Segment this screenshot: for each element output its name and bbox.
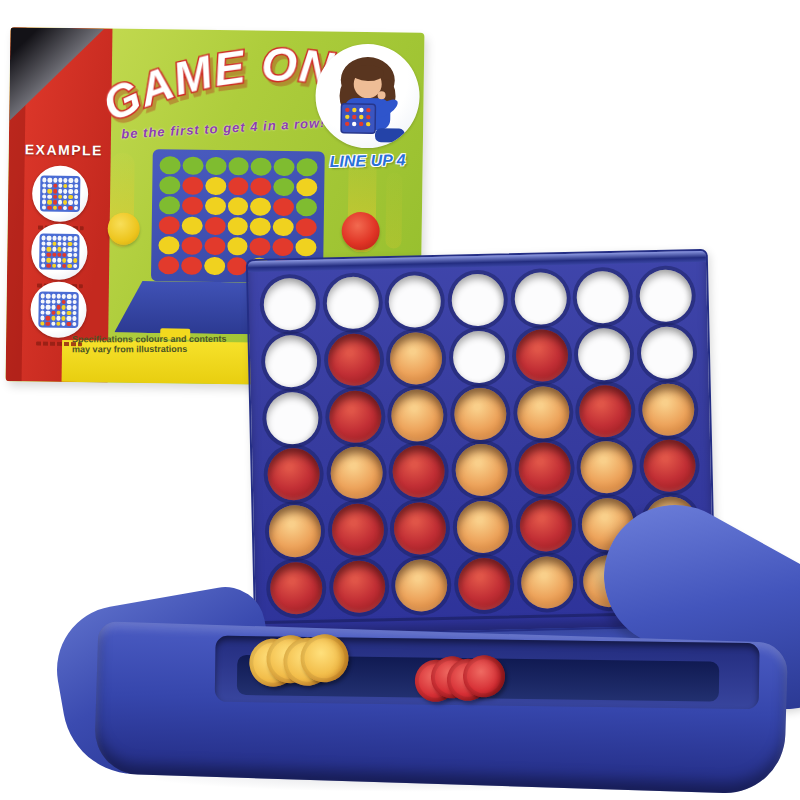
- example-dot: [47, 241, 51, 246]
- illo-dot: [181, 237, 202, 255]
- example-dot: [57, 247, 61, 252]
- example-dot: [58, 183, 62, 188]
- empty-hole: [639, 270, 692, 323]
- board-cell-r4c1: [262, 446, 326, 504]
- example-dot: [72, 300, 76, 305]
- red-disc: [515, 329, 568, 382]
- example-dot: [69, 178, 73, 183]
- orange-disc: [641, 383, 694, 436]
- example-dot: [68, 200, 72, 205]
- board-cell-r6c4: [452, 555, 516, 613]
- empty-hole: [326, 277, 379, 330]
- example-dot: [51, 316, 55, 321]
- board-cell-r5c3: [388, 499, 452, 557]
- orange-disc: [395, 558, 448, 611]
- board-cell-r1c3: [383, 273, 447, 331]
- illo-dot: [273, 238, 294, 256]
- example-dot: [74, 200, 78, 205]
- disclaimer-line-2: may vary from illustrations: [72, 344, 227, 355]
- example-dot: [41, 263, 45, 268]
- disclaimer-line-1: Specifications colours and contents: [72, 334, 227, 345]
- illo-dot: [227, 237, 248, 255]
- example-dot: [58, 189, 62, 194]
- example-dot: [63, 183, 67, 188]
- illo-dot: [182, 157, 203, 175]
- board-cell-r4c4: [450, 441, 514, 499]
- example-dot: [53, 189, 57, 194]
- example-dot: [57, 294, 61, 299]
- illo-dot: [227, 197, 248, 215]
- illo-dot: [181, 217, 202, 235]
- empty-hole: [265, 335, 318, 388]
- board-cell-r2c7: [635, 324, 699, 382]
- falling-tube-right-faint: [385, 172, 402, 248]
- red-disc: [394, 502, 447, 555]
- example-dot: [42, 236, 46, 241]
- illo-dot: [204, 237, 225, 255]
- board-cell-r3c2: [323, 387, 387, 445]
- example-dot: [46, 310, 50, 315]
- illo-dot: [182, 197, 203, 215]
- red-disc: [518, 442, 571, 495]
- example-dot: [68, 252, 72, 257]
- illo-dot: [205, 197, 226, 215]
- example-dot: [51, 299, 55, 304]
- example-dot: [53, 205, 57, 210]
- tray-front: [94, 621, 788, 795]
- example-dot: [47, 247, 51, 252]
- red-disc: [270, 561, 323, 614]
- example-dot: [42, 205, 46, 210]
- example-dot: [56, 310, 60, 315]
- example-dot: [46, 263, 50, 268]
- orange-disc: [269, 505, 322, 558]
- example-dot: [53, 200, 57, 205]
- example-dot: [72, 311, 76, 316]
- empty-hole: [266, 391, 319, 444]
- example-dot: [58, 194, 62, 199]
- badge-label: LINE UP 4: [306, 151, 424, 172]
- orange-disc: [454, 387, 507, 440]
- falling-yellow-disc: [107, 213, 139, 245]
- example-dot: [63, 247, 67, 252]
- red-disc: [327, 333, 380, 386]
- example-dot: [74, 189, 78, 194]
- example-dot: [41, 299, 45, 304]
- orange-disc: [580, 441, 633, 494]
- board-cell-r3c7: [636, 380, 700, 438]
- example-dot: [53, 194, 57, 199]
- board-cell-r5c1: [263, 502, 327, 560]
- board-cell-r2c2: [322, 331, 386, 389]
- example-dot: [46, 258, 50, 263]
- example-dot: [41, 258, 45, 263]
- illo-dot: [227, 217, 248, 235]
- example-dot: [62, 263, 66, 268]
- example-dot: [47, 189, 51, 194]
- board-cell-r1c7: [634, 267, 698, 325]
- example-dot: [73, 264, 77, 269]
- example-dot: [56, 299, 60, 304]
- example-dot: [62, 299, 66, 304]
- board-cell-r2c5: [510, 327, 574, 385]
- example-dot: [68, 258, 72, 263]
- board-cell-r6c2: [327, 557, 391, 615]
- example-dot: [68, 263, 72, 268]
- board-cell-r1c5: [508, 270, 572, 328]
- example-heading: EXAMPLE: [25, 141, 103, 158]
- example-dot: [42, 194, 46, 199]
- board-cell-r2c6: [572, 325, 636, 383]
- example-dot: [69, 189, 73, 194]
- board-cell-r2c4: [447, 328, 511, 386]
- example-dot: [56, 305, 60, 310]
- example-dot: [74, 178, 78, 183]
- illo-dot: [273, 218, 294, 236]
- board-cell-r6c3: [390, 556, 454, 614]
- example-dot: [42, 178, 46, 183]
- orange-disc: [456, 500, 509, 553]
- board-cell-r4c6: [575, 438, 639, 496]
- example-dot: [57, 252, 61, 257]
- example-dot: [41, 294, 45, 299]
- example-dot: [69, 183, 73, 188]
- example-dot: [52, 241, 56, 246]
- example-dot: [72, 316, 76, 321]
- example-dot: [73, 258, 77, 263]
- red-disc: [267, 448, 320, 501]
- example-dot: [52, 263, 56, 268]
- example-dot: [40, 316, 44, 321]
- product-photo: GAME ON! be the first to get 4 in a row!: [0, 0, 800, 800]
- example-dot: [53, 183, 57, 188]
- example-dot: [41, 241, 45, 246]
- example-dot: [52, 247, 56, 252]
- example-dot: [72, 322, 76, 327]
- board-cell-r3c5: [511, 383, 575, 441]
- example-dot: [57, 236, 61, 241]
- example-dot: [67, 294, 71, 299]
- illo-dot: [204, 257, 225, 275]
- example-dot: [62, 258, 66, 263]
- red-disc: [458, 557, 511, 610]
- example-dot: [68, 236, 72, 241]
- example-dot: [61, 321, 65, 326]
- illo-dot: [182, 177, 203, 195]
- empty-hole: [389, 275, 442, 328]
- board-cell-r5c5: [514, 497, 578, 555]
- example-dot: [41, 252, 45, 257]
- illo-dot: [250, 197, 271, 215]
- orange-disc: [391, 389, 444, 442]
- example-dot: [47, 194, 51, 199]
- example-dot: [67, 310, 71, 315]
- example-thumbnail-2: [31, 223, 90, 288]
- example-dot: [63, 241, 67, 246]
- example-dot: [67, 305, 71, 310]
- red-disc: [332, 560, 385, 613]
- example-dot: [63, 194, 67, 199]
- board-cell-r1c1: [258, 276, 322, 334]
- example-dot: [41, 305, 45, 310]
- empty-hole: [514, 272, 567, 325]
- example-dot: [73, 242, 77, 247]
- illo-dot: [205, 177, 226, 195]
- red-disc: [579, 384, 632, 437]
- example-dot: [67, 316, 71, 321]
- example-dot: [51, 294, 55, 299]
- illo-dot: [251, 157, 272, 175]
- example-dot: [52, 236, 56, 241]
- illo-dot: [228, 157, 249, 175]
- example-dot: [63, 200, 67, 205]
- example-dot: [68, 247, 72, 252]
- board-cell-r4c7: [637, 437, 701, 495]
- example-dot: [74, 206, 78, 211]
- illo-dot: [250, 237, 271, 255]
- board-cell-r1c6: [571, 268, 635, 326]
- empty-hole: [451, 274, 504, 327]
- example-dot: [47, 205, 51, 210]
- illo-dot: [295, 238, 316, 256]
- example-dot: [73, 236, 77, 241]
- example-dot: [46, 299, 50, 304]
- example-dot: [51, 321, 55, 326]
- example-dot: [47, 200, 51, 205]
- illo-dot: [159, 196, 180, 214]
- orange-disc: [390, 332, 443, 385]
- empty-hole: [640, 326, 693, 379]
- illo-dot: [159, 216, 180, 234]
- board-cell-r3c1: [261, 389, 325, 447]
- illo-dot: [296, 178, 317, 196]
- example-dot: [73, 253, 77, 258]
- example-dot: [74, 195, 78, 200]
- board-cell-r1c2: [321, 274, 385, 332]
- yellow-disc-stack: [248, 632, 370, 700]
- board-cell-r6c1: [265, 559, 329, 617]
- illo-dot: [250, 217, 271, 235]
- board-cell-r2c3: [385, 329, 449, 387]
- board-cell-r3c6: [574, 382, 638, 440]
- example-dot: [67, 321, 71, 326]
- illo-dot: [296, 218, 317, 236]
- orange-disc: [516, 386, 569, 439]
- example-dot: [46, 294, 50, 299]
- empty-hole: [264, 278, 317, 331]
- red-disc: [519, 499, 572, 552]
- illo-dot: [273, 198, 294, 216]
- orange-disc: [455, 444, 508, 497]
- example-dot: [69, 194, 73, 199]
- illo-dot: [159, 176, 180, 194]
- example-dot: [73, 247, 77, 252]
- example-dot: [58, 178, 62, 183]
- example-dot: [47, 252, 51, 257]
- illo-dot: [296, 198, 317, 216]
- example-dot: [62, 252, 66, 257]
- red-disc: [329, 390, 382, 443]
- example-dot: [56, 316, 60, 321]
- orange-disc: [520, 556, 573, 609]
- empty-hole: [576, 271, 629, 324]
- empty-hole: [452, 330, 505, 383]
- board-cell-r3c4: [448, 385, 512, 443]
- example-dot: [52, 258, 56, 263]
- example-dot: [46, 305, 50, 310]
- example-thumbnail-1: [32, 165, 91, 230]
- example-dot: [62, 294, 66, 299]
- example-dot: [58, 205, 62, 210]
- example-dot: [51, 310, 55, 315]
- illo-dot: [273, 178, 294, 196]
- empty-hole: [578, 328, 631, 381]
- example-dot: [46, 316, 50, 321]
- example-dot: [40, 321, 44, 326]
- example-dot: [63, 236, 67, 241]
- example-dot: [62, 316, 66, 321]
- illo-dot: [227, 257, 248, 275]
- example-dot: [42, 189, 46, 194]
- example-dot: [57, 241, 61, 246]
- illo-dot: [228, 177, 249, 195]
- example-dot: [63, 178, 67, 183]
- example-dot: [68, 205, 72, 210]
- illo-dot: [274, 158, 295, 176]
- example-dot: [40, 310, 44, 315]
- illo-dot: [205, 157, 226, 175]
- example-dot: [42, 200, 46, 205]
- example-dot: [56, 321, 60, 326]
- board-cell-r3c3: [386, 386, 450, 444]
- board-cell-r1c4: [446, 271, 510, 329]
- example-dot: [63, 189, 67, 194]
- red-disc: [643, 439, 696, 492]
- illo-dot: [158, 236, 179, 254]
- board-cell-r4c3: [387, 443, 451, 501]
- example-dot: [62, 305, 66, 310]
- red-disc-stack: [414, 651, 526, 718]
- example-dot: [63, 205, 67, 210]
- illo-dot: [204, 217, 225, 235]
- illo-dot: [181, 257, 202, 275]
- example-dot: [57, 258, 61, 263]
- board-cell-r5c2: [326, 501, 390, 559]
- example-dot: [48, 183, 52, 188]
- example-dot: [41, 247, 45, 252]
- example-dot: [72, 305, 76, 310]
- example-dot: [68, 241, 72, 246]
- example-dot: [46, 321, 50, 326]
- example-dot: [72, 294, 76, 299]
- red-disc: [392, 445, 445, 498]
- box-disclaimer: Specifications colours and contents may …: [72, 334, 227, 355]
- illo-dot: [251, 177, 272, 195]
- board-cell-r5c4: [451, 498, 515, 556]
- example-dot: [48, 178, 52, 183]
- example-dot: [58, 200, 62, 205]
- example-dot: [52, 252, 56, 257]
- board-cell-r4c5: [512, 440, 576, 498]
- example-dot: [53, 178, 57, 183]
- board-cell-r6c5: [515, 553, 579, 611]
- example-dot: [62, 310, 66, 315]
- example-dot: [57, 263, 61, 268]
- example-dot: [42, 183, 46, 188]
- example-dot: [47, 236, 51, 241]
- red-disc: [331, 503, 384, 556]
- example-dot: [67, 299, 71, 304]
- orange-disc: [330, 447, 383, 500]
- illo-dot: [159, 156, 180, 174]
- example-dot: [51, 305, 55, 310]
- example-dot: [74, 184, 78, 189]
- illo-dot: [158, 256, 179, 274]
- board-cell-r2c1: [259, 332, 323, 390]
- board-cell-r4c2: [325, 444, 389, 502]
